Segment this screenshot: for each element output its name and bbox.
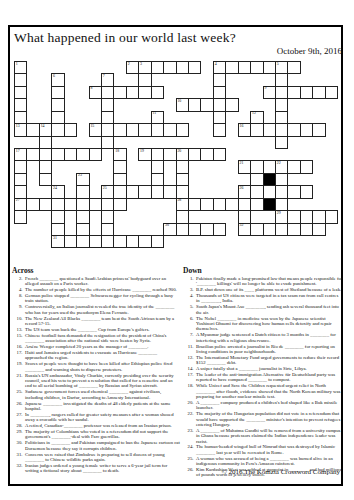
clue-item-number: 20. [183, 400, 194, 405]
clue-number: 12 [252, 111, 256, 116]
clue-item-text: A ________ company produced a children's… [196, 400, 337, 410]
grid-cell[interactable]: 22 [275, 160, 288, 173]
grid-cell[interactable]: 19 [138, 148, 151, 161]
grid-cell[interactable] [275, 123, 288, 136]
clue-item-text: Iranian judges ordered a young female wr… [25, 463, 167, 473]
clue-number: 14 [41, 124, 45, 129]
grid-cell[interactable] [188, 98, 201, 111]
clue-item: 28. A retired, Canadian-________ profess… [12, 423, 180, 428]
grid-cell[interactable] [138, 73, 151, 86]
grid-cell[interactable] [76, 210, 89, 223]
grid-cell[interactable] [263, 123, 276, 136]
clue-item: 25. Sudanese government forces used chem… [12, 389, 180, 400]
grid-cell[interactable] [200, 98, 213, 111]
clue-item-text: French ________ questioned a Saudi Arabi… [25, 276, 166, 286]
clue-number: 31 [53, 236, 57, 241]
grid-cell[interactable] [163, 123, 176, 136]
grid-cell[interactable] [76, 223, 89, 236]
clue-item: 22. The majority of the Hungarian popula… [183, 411, 343, 427]
clue-item: 6. The Nobel ________ in medicine was wo… [183, 316, 343, 332]
grid-cell[interactable] [163, 185, 176, 198]
clue-item-number: 26. [12, 401, 23, 406]
grid-cell[interactable] [300, 185, 313, 198]
clue-number: 29 [277, 211, 281, 216]
clue-item: 25. A woman who was accused of being a _… [183, 456, 343, 467]
grid-cell[interactable] [113, 173, 126, 186]
grid-cell[interactable] [213, 223, 226, 236]
clue-number: 6 [53, 74, 55, 79]
grid-cell[interactable] [163, 61, 176, 74]
grid-cell[interactable] [250, 61, 263, 74]
grid-cell[interactable] [163, 148, 176, 161]
clue-item: 17. The leader of the anti-immigration A… [183, 372, 343, 383]
grid-cell[interactable] [275, 111, 288, 124]
clue-item-number: 25. [12, 389, 23, 394]
clue-number: 4 [215, 62, 217, 67]
grid-cell[interactable] [151, 123, 164, 136]
clue-item-text: Politicians in ________ and Pakistan cam… [25, 440, 180, 450]
grid-cell[interactable] [250, 160, 263, 173]
clue-item-text: The New Zealand All Blacks ________ team… [25, 316, 174, 326]
clue-number: 16 [240, 124, 244, 129]
clue-item-text: The International Monetary Fund urged go… [196, 355, 339, 365]
grid-cell[interactable] [126, 86, 139, 99]
clue-item: 19. Scores of people were thought to hav… [12, 361, 180, 372]
grid-cell[interactable] [250, 198, 263, 211]
grid-cell[interactable] [250, 223, 263, 236]
grid-cell[interactable] [101, 223, 114, 236]
grid-cell[interactable]: 21 [238, 160, 251, 173]
grid-cell[interactable] [275, 73, 288, 86]
grid-cell[interactable] [51, 98, 64, 111]
clue-item: 14. A sniper fatally shot a ________ jou… [183, 366, 343, 371]
grid-cell[interactable] [188, 198, 201, 211]
grid-cell[interactable]: 15 [89, 123, 102, 136]
clue-item-text: Concerns were raised that Zimbabwe is pr… [25, 452, 165, 462]
grid-cell[interactable] [76, 235, 89, 248]
clue-item-text: Haiti and Jamaica urged residents to eva… [25, 350, 157, 360]
clue-item-text: Scores of people were thought to have be… [25, 361, 172, 371]
clue-item-number: 2. [12, 276, 23, 281]
clue-number: 17 [16, 149, 20, 154]
clue-number: 28 [177, 198, 181, 203]
grid-cell[interactable] [151, 160, 164, 173]
grid-cell[interactable] [263, 160, 276, 173]
grid-cell[interactable] [39, 160, 52, 173]
grid-cell[interactable] [113, 185, 126, 198]
crossword-page: What happened in our world last week? Oc… [0, 0, 354, 500]
page-date: October 9th, 2016 [277, 46, 342, 56]
grid-cell[interactable] [26, 148, 39, 161]
clue-number: 18 [115, 149, 119, 154]
grid-cell[interactable] [263, 61, 276, 74]
grid-cell[interactable]: 5 [275, 61, 288, 74]
grid-cell[interactable] [225, 198, 238, 211]
grid-cell[interactable]: 16 [238, 123, 251, 136]
grid-cell[interactable] [64, 123, 77, 136]
clue-number: 2 [128, 62, 130, 67]
grid-cell[interactable] [151, 235, 164, 248]
crossword-grid: 1234567891011121314151617181920212223242… [14, 61, 338, 248]
grid-cell[interactable]: 29 [275, 210, 288, 223]
clue-item: 10. The New Zealand All Blacks ________ … [12, 316, 180, 327]
grid-cell[interactable] [138, 123, 151, 136]
clue-number: 25 [103, 186, 107, 191]
clue-number: 30 [165, 223, 169, 228]
grid-cell[interactable] [151, 61, 164, 74]
grid-cell[interactable] [101, 86, 114, 99]
grid-cell[interactable] [312, 210, 325, 223]
grid-cell[interactable] [213, 198, 226, 211]
clue-item: 13. The US team won back the ________ Cu… [12, 327, 180, 332]
grid-cell[interactable] [14, 86, 27, 99]
grid-cell[interactable] [64, 198, 77, 211]
grid-cell[interactable]: 17 [14, 148, 27, 161]
grid-cell[interactable]: 12 [250, 111, 263, 124]
clue-number: 19 [140, 149, 144, 154]
grid-cell[interactable]: 8 [89, 86, 102, 99]
grid-cell[interactable] [101, 123, 114, 136]
clue-item-text: Japanese ________ investigated the death… [25, 401, 171, 411]
grid-cell[interactable] [188, 61, 201, 74]
clue-number: 8 [90, 86, 92, 91]
grid-cell[interactable] [113, 160, 126, 173]
clue-item-text: Controversially, an Italian journalist r… [25, 304, 174, 314]
grid-cell[interactable] [250, 173, 263, 186]
grid-cell[interactable] [213, 123, 226, 136]
page-title: What happened in our world last week? [14, 30, 236, 46]
grid-cell[interactable] [89, 198, 102, 211]
grid-cell[interactable] [101, 98, 114, 111]
grid-cell[interactable] [126, 235, 139, 248]
grid-cell[interactable]: 20 [176, 148, 189, 161]
grid-cell[interactable]: 32 [238, 223, 251, 236]
grid-cell[interactable]: 25 [101, 185, 114, 198]
clue-item-text: The US team won back the ________ Cup fr… [25, 327, 149, 332]
clue-item-number: 19. [12, 361, 23, 366]
grid-cell[interactable] [275, 198, 288, 211]
clue-item: 23. A ________ of Mahatma Gandhi will be… [183, 428, 343, 444]
grid-cell[interactable]: 31 [51, 235, 64, 248]
grid-cell[interactable] [113, 123, 126, 136]
clue-number: 23 [78, 173, 82, 178]
grid-cell[interactable] [213, 86, 226, 99]
grid-cell[interactable] [51, 111, 64, 124]
grid-cell[interactable] [39, 198, 52, 211]
grid-cell[interactable]: 18 [113, 148, 126, 161]
grid-cell[interactable] [250, 185, 263, 198]
clue-item: 24. The human-headed winged bull of Nimr… [183, 444, 343, 455]
clue-item: 4. The number of people killed by the ef… [12, 287, 180, 292]
grid-cell[interactable] [89, 148, 102, 161]
clue-number: 22 [277, 161, 281, 166]
grid-cell[interactable] [287, 185, 300, 198]
clue-item-number: 17. [12, 350, 23, 355]
grid-cell[interactable] [151, 148, 164, 161]
grid-cell[interactable] [51, 123, 64, 136]
clue-item-number: 7. [183, 332, 194, 337]
grid-cell[interactable] [51, 198, 64, 211]
grid-cell[interactable]: 13 [14, 123, 27, 136]
grid-cell[interactable] [126, 185, 139, 198]
grid-cell[interactable] [51, 223, 64, 236]
grid-cell[interactable] [250, 123, 263, 136]
clue-item-text: A sniper fatally shot a ________ journal… [196, 366, 307, 371]
grid-cell[interactable] [101, 210, 114, 223]
grid-cell[interactable] [101, 235, 114, 248]
grid-cell[interactable] [263, 223, 276, 236]
clue-item-number: 4. [183, 293, 194, 298]
grid-cell[interactable] [287, 123, 300, 136]
grid-cell[interactable]: 30 [163, 223, 176, 236]
clue-item: 7. A Myanmar judge sentenced a Dutch cit… [183, 332, 343, 343]
grid-cell[interactable] [176, 123, 189, 136]
grid-cell[interactable] [51, 148, 64, 161]
clue-item: 12. The International Monetary Fund urge… [183, 355, 343, 366]
copyright-footer: © 2016 The Komzta Crossword Company [221, 468, 340, 476]
grid-cell[interactable] [275, 98, 288, 111]
grid-cell[interactable] [275, 136, 288, 149]
clue-item-number: 32. [12, 463, 23, 468]
grid-cell[interactable] [14, 160, 27, 173]
grid-cell[interactable] [151, 173, 164, 186]
clue-item-number: 8. [12, 293, 23, 298]
grid-cell[interactable] [176, 160, 189, 173]
grid-cell[interactable] [14, 98, 27, 111]
grid-cell[interactable] [14, 111, 27, 124]
clue-number: 26 [240, 186, 244, 191]
grid-cell[interactable] [176, 210, 189, 223]
clue-item-text: The leader of the anti-immigration Alter… [196, 372, 335, 382]
grid-cell[interactable] [287, 61, 300, 74]
clue-item: 16. Arsène Wenger completed 20 years as … [12, 344, 180, 349]
grid-cell[interactable] [200, 198, 213, 211]
grid-cell[interactable] [300, 86, 313, 99]
clue-item-text: The majority of Colombians who voted in … [25, 429, 168, 439]
clue-item-text: The number of people killed by the effec… [25, 287, 177, 292]
grid-cell[interactable] [39, 173, 52, 186]
clue-item-text: The Nobel ________ in medicine was won b… [196, 316, 332, 332]
clue-item-text: Arsène Wenger completed 20 years as the … [25, 344, 149, 349]
clue-item-number: 11. [183, 344, 194, 349]
grid-cell[interactable] [312, 86, 325, 99]
grid-cell[interactable] [113, 86, 126, 99]
grid-cell[interactable] [325, 86, 338, 99]
grid-cell[interactable] [14, 185, 27, 198]
clue-item: 5. South Japan's Mount Aso ________, sen… [183, 304, 343, 315]
grid-cell[interactable] [263, 185, 276, 198]
grid-cell[interactable] [113, 198, 126, 211]
grid-cell[interactable] [51, 210, 64, 223]
grid-cell[interactable]: 4 [213, 61, 226, 74]
clue-item-text: South Japan's Mount Aso ________, sendin… [196, 304, 339, 314]
grid-cell[interactable] [39, 148, 52, 161]
clue-item-number: 23. [183, 428, 194, 433]
grid-cell[interactable]: 26 [238, 185, 251, 198]
clue-item: 3. B.P. shut down one of its ____ platfo… [183, 287, 343, 292]
clue-item: 31. Concerns were raised that Zimbabwe i… [12, 452, 180, 463]
grid-cell[interactable] [76, 198, 89, 211]
grid-cell[interactable] [51, 86, 64, 99]
clue-item-number: 28. [12, 423, 23, 428]
grid-cell[interactable] [275, 185, 288, 198]
grid-cell[interactable] [213, 111, 226, 124]
grid-cell[interactable]: 3 [138, 61, 151, 74]
grid-cell[interactable] [26, 198, 39, 211]
clue-item-number: 30. [12, 440, 23, 445]
clue-item-number: 13. [12, 327, 23, 332]
grid-cell[interactable] [225, 61, 238, 74]
grid-cell[interactable] [113, 235, 126, 248]
clue-item-number: 10. [12, 316, 23, 321]
clue-item-number: 26. [183, 467, 194, 472]
clue-item-number: 18. [183, 383, 194, 388]
clue-number: 10 [177, 99, 181, 104]
grid-cell[interactable]: 6 [51, 73, 64, 86]
clue-item: 2. French ________ questioned a Saudi Ar… [12, 276, 180, 287]
clue-item: 32. Iranian judges ordered a young femal… [12, 463, 180, 474]
clue-number: 24 [53, 186, 57, 191]
across-clues: Across 2. French ________ questioned a S… [12, 268, 180, 474]
grid-cell[interactable] [26, 123, 39, 136]
clue-number: 15 [90, 124, 94, 129]
clue-number: 9 [264, 86, 266, 91]
clue-item-number: 17. [183, 372, 194, 377]
clue-item-number: 15. [12, 333, 23, 338]
grid-cell[interactable] [188, 223, 201, 236]
clue-item-number: 9. [12, 304, 23, 309]
grid-cell[interactable] [238, 210, 251, 223]
grid-cell[interactable] [213, 148, 226, 161]
clue-item: 15. Chinese football fans demanded the r… [12, 333, 180, 344]
clue-item-number: 24. [183, 444, 194, 449]
clue-number: 1 [16, 62, 18, 67]
grid-cell[interactable] [176, 61, 189, 74]
grid-cell[interactable] [14, 73, 27, 86]
grid-cell[interactable]: 1 [14, 61, 27, 74]
clue-item-number: 27. [12, 412, 23, 417]
grid-cell[interactable] [213, 98, 226, 111]
grid-cell[interactable]: 9 [263, 86, 276, 99]
grid-cell[interactable] [176, 185, 189, 198]
grid-cell[interactable] [300, 123, 313, 136]
clue-item: 11. Brazilian police arrested a journali… [183, 344, 343, 355]
grid-cell[interactable] [89, 235, 102, 248]
down-clues: Down 1. Pakistan finally made a long-pro… [183, 268, 343, 478]
grid-cell[interactable]: 2 [126, 61, 139, 74]
clue-number: 32 [240, 223, 244, 228]
grid-cell[interactable] [275, 223, 288, 236]
grid-cell[interactable]: 27 [14, 198, 27, 211]
clue-item: 4. Thousands of US citizens were targete… [183, 293, 343, 304]
clue-item: 29. The majority of Colombians who voted… [12, 429, 180, 440]
grid-cell[interactable] [76, 148, 89, 161]
clue-item: 1. Pakistan finally made a long-promised… [183, 276, 343, 287]
grid-cell[interactable] [312, 223, 325, 236]
clue-item: 21. Russia's UN ambassador, Vitaly Churk… [12, 373, 180, 389]
grid-cell[interactable] [151, 86, 164, 99]
grid-cell[interactable] [64, 148, 77, 161]
grid-cell[interactable] [200, 223, 213, 236]
grid-cell[interactable] [238, 198, 251, 211]
grid-cell[interactable] [287, 210, 300, 223]
clue-item-number: 5. [183, 304, 194, 309]
grid-cell[interactable] [101, 136, 114, 149]
grid-cell[interactable] [287, 160, 300, 173]
clue-number: 11 [153, 111, 157, 116]
grid-cell[interactable] [101, 111, 114, 124]
grid-cell[interactable] [39, 136, 52, 149]
clue-item-text: In ________, rangers called for greater … [25, 412, 174, 422]
grid-cell[interactable] [300, 160, 313, 173]
clue-item: 17. Haiti and Jamaica urged residents to… [12, 350, 180, 361]
clue-item-number: 29. [12, 429, 23, 434]
clue-item-number: 12. [183, 355, 194, 360]
grid-cell[interactable] [64, 235, 77, 248]
grid-cell[interactable]: 11 [151, 111, 164, 124]
grid-cell[interactable] [238, 61, 251, 74]
grid-cell[interactable] [76, 185, 89, 198]
grid-cell[interactable] [213, 73, 226, 86]
grid-cell[interactable] [138, 86, 151, 99]
blocked-cell [263, 173, 276, 186]
grid-cell[interactable] [225, 98, 238, 111]
grid-cell[interactable] [101, 198, 114, 211]
clue-item-text: German police stopped ________ Schwarzen… [25, 293, 173, 303]
grid-cell[interactable] [325, 210, 338, 223]
grid-cell[interactable] [138, 185, 151, 198]
clue-item-number: 1. [183, 276, 194, 281]
grid-cell[interactable] [287, 223, 300, 236]
grid-cell[interactable] [176, 223, 189, 236]
grid-cell[interactable]: 28 [176, 198, 189, 211]
clue-item-text: While Unicef and Save the Children reque… [196, 383, 340, 399]
across-clue-list: 2. French ________ questioned a Saudi Ar… [12, 276, 180, 474]
grid-cell[interactable] [176, 173, 189, 186]
grid-cell[interactable]: 14 [39, 123, 52, 136]
grid-cell[interactable] [312, 123, 325, 136]
grid-cell[interactable] [14, 173, 27, 186]
clue-item-text: Pakistan finally made a long-promised la… [196, 276, 342, 286]
grid-cell[interactable] [138, 235, 151, 248]
grid-cell[interactable]: 24 [51, 185, 64, 198]
across-header: Across [12, 268, 180, 273]
grid-cell[interactable]: 7 [101, 73, 114, 86]
clue-item: 30. Politicians in ________ and Pakistan… [12, 440, 180, 451]
grid-cell[interactable] [126, 123, 139, 136]
clue-number: 7 [103, 74, 105, 79]
grid-cell[interactable] [287, 86, 300, 99]
clue-number: 21 [240, 161, 244, 166]
grid-cell[interactable] [300, 210, 313, 223]
grid-cell[interactable] [275, 86, 288, 99]
grid-cell[interactable] [300, 223, 313, 236]
clue-item-text: A ________ of Mahatma Gandhi will be rem… [196, 428, 340, 444]
grid-cell[interactable]: 23 [76, 173, 89, 186]
clue-item-text: The human-headed winged bull of Nimrud t… [196, 444, 335, 454]
grid-cell[interactable] [275, 173, 288, 186]
grid-cell[interactable]: 10 [176, 98, 189, 111]
clue-item-number: 22. [183, 411, 194, 416]
clue-item-text: The majority of the Hungarian population… [196, 411, 340, 427]
grid-cell[interactable] [200, 148, 213, 161]
down-clue-list: 1. Pakistan finally made a long-promised… [183, 276, 343, 478]
grid-cell[interactable] [151, 185, 164, 198]
grid-cell[interactable] [188, 148, 201, 161]
clue-number: 27 [16, 198, 20, 203]
clue-item-number: 31. [12, 452, 23, 457]
grid-cell[interactable] [14, 210, 27, 223]
